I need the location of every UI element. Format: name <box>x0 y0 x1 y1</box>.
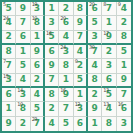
sudoku-cell-r8c2[interactable]: 108 <box>16 102 30 116</box>
cell-digit: 5 <box>63 119 69 128</box>
sudoku-cell-r1c4[interactable]: 1 <box>45 2 59 16</box>
cell-digit: 7 <box>77 32 83 41</box>
cell-digit: 9 <box>20 4 26 13</box>
sudoku-cell-r6c1[interactable]: 153 <box>2 74 16 88</box>
sudoku-cell-r7c3[interactable]: 4 <box>31 88 45 102</box>
sudoku-cell-r9c6[interactable]: 6 <box>74 117 88 131</box>
sudoku-cell-r3c4[interactable]: 165 <box>45 31 59 45</box>
cell-digit: 3 <box>49 18 55 27</box>
cell-digit: 1 <box>106 18 112 27</box>
cell-digit: 2 <box>63 4 69 13</box>
sudoku-cell-r2c9[interactable]: 2 <box>117 16 131 30</box>
sudoku-cell-r5c7[interactable]: 4 <box>88 59 102 73</box>
cage-sum-label: 16 <box>46 31 51 37</box>
sudoku-cell-r4c6[interactable]: 4 <box>74 45 88 59</box>
cell-digit: 2 <box>49 104 55 113</box>
sudoku-cell-r8c9[interactable]: 166 <box>117 102 131 116</box>
sudoku-cell-r3c1[interactable]: 2 <box>2 31 16 45</box>
sudoku-cell-r1c7[interactable]: 206 <box>88 2 102 16</box>
cell-digit: 4 <box>77 47 83 56</box>
cell-digit: 2 <box>121 18 127 27</box>
sudoku-cell-r5c6[interactable]: 92 <box>74 59 88 73</box>
cage-sum-label: 13 <box>103 102 108 108</box>
cell-digit: 6 <box>49 47 55 56</box>
cage-sum-label: 10 <box>17 102 22 108</box>
sudoku-cell-r8c6[interactable]: 123 <box>74 102 88 116</box>
sudoku-cell-r2c6[interactable]: 9 <box>74 16 88 30</box>
cell-digit: 4 <box>20 75 26 84</box>
sudoku-cell-r5c4[interactable]: 9 <box>45 59 59 73</box>
cage-sum-label: 10 <box>32 16 37 22</box>
cell-digit: 7 <box>20 18 26 27</box>
cell-digit: 4 <box>63 32 69 41</box>
cell-digit: 4 <box>121 4 127 13</box>
cage-sum-label: 15 <box>3 74 8 80</box>
sudoku-cell-r1c3[interactable]: 193 <box>31 2 45 16</box>
sudoku-cell-r6c2[interactable]: 4 <box>16 74 30 88</box>
cell-digit: 9 <box>6 119 12 128</box>
sudoku-cell-r9c7[interactable]: 1 <box>88 117 102 131</box>
cell-digit: 9 <box>34 47 40 56</box>
cell-digit: 1 <box>34 32 40 41</box>
cell-digit: 6 <box>20 32 26 41</box>
cage-sum-label: 23 <box>32 117 37 123</box>
cell-digit: 2 <box>77 61 83 70</box>
sudoku-cell-r9c3[interactable]: 237 <box>31 117 45 131</box>
sudoku-cell-r3c9[interactable]: 8 <box>117 31 131 45</box>
sudoku-cell-r5c5[interactable]: 8 <box>59 59 73 73</box>
cell-digit: 5 <box>77 75 83 84</box>
cell-digit: 1 <box>49 4 55 13</box>
cell-digit: 2 <box>92 90 98 99</box>
sudoku-cell-r9c8[interactable]: 8 <box>102 117 116 131</box>
cage-sum-label: 20 <box>60 16 65 22</box>
cell-digit: 5 <box>92 18 98 27</box>
cell-digit: 1 <box>121 61 127 70</box>
cell-digit: 2 <box>34 75 40 84</box>
sudoku-cell-r9c9[interactable]: 3 <box>117 117 131 131</box>
cage-sum-label: 5 <box>3 2 6 8</box>
cell-digit: 1 <box>77 90 83 99</box>
sudoku-cell-r4c5[interactable]: 243 <box>59 45 73 59</box>
cell-digit: 5 <box>20 61 26 70</box>
sudoku-cell-r2c3[interactable]: 108 <box>31 16 45 30</box>
sudoku-cell-r5c2[interactable]: 5 <box>16 59 30 73</box>
cell-digit: 6 <box>77 119 83 128</box>
sudoku-cell-r6c8[interactable]: 6 <box>102 74 116 88</box>
sudoku-cell-r4c7[interactable]: 307 <box>88 45 102 59</box>
cage-sum-label: 9 <box>75 59 78 65</box>
cage-sum-label: 17 <box>103 31 108 37</box>
sudoku-cell-r7c1[interactable]: 6 <box>2 88 16 102</box>
cell-digit: 9 <box>49 61 55 70</box>
sudoku-cell-r4c1[interactable]: 8 <box>2 45 16 59</box>
cage-sum-label: 19 <box>32 2 37 8</box>
cell-digit: 7 <box>121 90 127 99</box>
cell-digit: 6 <box>6 90 12 99</box>
cage-sum-label: 12 <box>75 102 80 108</box>
sudoku-cell-r8c5[interactable]: 7 <box>59 102 73 116</box>
cell-digit: 1 <box>92 119 98 128</box>
cage-sum-label: 13 <box>103 88 108 94</box>
sudoku-board: 5591931282068794244710832069512261165473… <box>0 0 133 133</box>
sudoku-cell-r9c5[interactable]: 5 <box>59 117 73 131</box>
cage-sum-label: 24 <box>60 45 65 51</box>
sudoku-cell-r7c8[interactable]: 135 <box>102 88 116 102</box>
cage-sum-label: 8 <box>103 2 106 8</box>
cell-digit: 6 <box>106 75 112 84</box>
sudoku-cell-r1c5[interactable]: 2 <box>59 2 73 16</box>
sudoku-cell-r2c2[interactable]: 7 <box>16 16 30 30</box>
cell-digit: 1 <box>6 104 12 113</box>
cage-sum-label: 9 <box>118 2 121 8</box>
cage-sum-label: 16 <box>60 88 65 94</box>
cage-sum-label: 20 <box>89 2 94 8</box>
sudoku-cell-r2c7[interactable]: 5 <box>88 16 102 30</box>
sudoku-cell-r4c3[interactable]: 9 <box>31 45 45 59</box>
sudoku-cell-r6c5[interactable]: 1 <box>59 74 73 88</box>
sudoku-cell-r3c8[interactable]: 179 <box>102 31 116 45</box>
sudoku-cell-r1c9[interactable]: 94 <box>117 2 131 16</box>
sudoku-cell-r5c3[interactable]: 6 <box>31 59 45 73</box>
sudoku-cell-r4c8[interactable]: 2 <box>102 45 116 59</box>
sudoku-cell-r7c2[interactable]: 143 <box>16 88 30 102</box>
sudoku-cell-r3c2[interactable]: 6 <box>16 31 30 45</box>
sudoku-cell-r8c4[interactable]: 2 <box>45 102 59 116</box>
cell-digit: 3 <box>106 61 112 70</box>
cage-sum-label: 7 <box>3 59 6 65</box>
sudoku-cell-r5c1[interactable]: 77 <box>2 59 16 73</box>
sudoku-cell-r1c2[interactable]: 9 <box>16 2 30 16</box>
cell-digit: 2 <box>6 32 12 41</box>
sudoku-cell-r6c7[interactable]: 8 <box>88 74 102 88</box>
cell-digit: 5 <box>34 104 40 113</box>
sudoku-cell-r7c6[interactable]: 1 <box>74 88 88 102</box>
cell-digit: 8 <box>92 75 98 84</box>
cell-digit: 9 <box>92 104 98 113</box>
sudoku-cell-r4c4[interactable]: 6 <box>45 45 59 59</box>
cell-digit: 7 <box>6 61 12 70</box>
cell-digit: 8 <box>63 61 69 70</box>
cage-sum-label: 14 <box>17 88 22 94</box>
sudoku-cell-r3c5[interactable]: 4 <box>59 31 73 45</box>
cell-digit: 1 <box>20 47 26 56</box>
cell-digit: 5 <box>121 47 127 56</box>
sudoku-cell-r3c3[interactable]: 1 <box>31 31 45 45</box>
cell-digit: 9 <box>121 75 127 84</box>
cell-digit: 8 <box>77 4 83 13</box>
sudoku-cell-r1c8[interactable]: 87 <box>102 2 116 16</box>
sudoku-cell-r7c7[interactable]: 2 <box>88 88 102 102</box>
sudoku-cell-r2c4[interactable]: 3 <box>45 16 59 30</box>
sudoku-cell-r2c5[interactable]: 206 <box>59 16 73 30</box>
cage-sum-label: 16 <box>118 102 123 108</box>
sudoku-cell-r3c6[interactable]: 7 <box>74 31 88 45</box>
sudoku-cell-r4c9[interactable]: 5 <box>117 45 131 59</box>
cell-digit: 4 <box>49 119 55 128</box>
cell-digit: 4 <box>34 90 40 99</box>
cell-digit: 7 <box>49 75 55 84</box>
sudoku-cell-r8c7[interactable]: 9 <box>88 102 102 116</box>
sudoku-cell-r5c9[interactable]: 1 <box>117 59 131 73</box>
cell-digit: 5 <box>6 4 12 13</box>
cell-digit: 8 <box>6 47 12 56</box>
sudoku-cell-r8c1[interactable]: 1 <box>2 102 16 116</box>
cell-digit: 7 <box>106 4 112 13</box>
cell-digit: 2 <box>106 47 112 56</box>
sudoku-cell-r6c4[interactable]: 7 <box>45 74 59 88</box>
sudoku-cell-r6c3[interactable]: 2 <box>31 74 45 88</box>
sudoku-cell-r7c9[interactable]: 7 <box>117 88 131 102</box>
sudoku-cell-r6c6[interactable]: 5 <box>74 74 88 88</box>
sudoku-cell-r1c1[interactable]: 55 <box>2 2 16 16</box>
sudoku-cell-r9c1[interactable]: 9 <box>2 117 16 131</box>
cell-digit: 8 <box>121 32 127 41</box>
sudoku-cell-r2c8[interactable]: 1 <box>102 16 116 30</box>
sudoku-cell-r7c5[interactable]: 169 <box>59 88 73 102</box>
sudoku-cell-r3c7[interactable]: 3 <box>88 31 102 45</box>
cage-sum-label: 30 <box>89 45 94 51</box>
cell-digit: 3 <box>92 32 98 41</box>
sudoku-cell-r6c9[interactable]: 9 <box>117 74 131 88</box>
cell-digit: 4 <box>92 61 98 70</box>
cell-digit: 8 <box>49 90 55 99</box>
cell-digit: 6 <box>34 61 40 70</box>
sudoku-cell-r8c3[interactable]: 5 <box>31 102 45 116</box>
sudoku-cell-r9c4[interactable]: 4 <box>45 117 59 131</box>
cell-digit: 2 <box>20 119 26 128</box>
sudoku-cell-r4c2[interactable]: 1 <box>16 45 30 59</box>
sudoku-cell-r8c8[interactable]: 134 <box>102 102 116 116</box>
cage-sum-label: 24 <box>3 16 8 22</box>
sudoku-cell-r7c4[interactable]: 8 <box>45 88 59 102</box>
cell-digit: 8 <box>106 119 112 128</box>
sudoku-cell-r2c1[interactable]: 244 <box>2 16 16 30</box>
sudoku-cell-r9c2[interactable]: 2 <box>16 117 30 131</box>
sudoku-cell-r1c6[interactable]: 8 <box>74 2 88 16</box>
cell-digit: 1 <box>63 75 69 84</box>
sudoku-cell-r5c8[interactable]: 3 <box>102 59 116 73</box>
cell-digit: 3 <box>121 119 127 128</box>
cell-digit: 7 <box>63 104 69 113</box>
cell-digit: 9 <box>77 18 83 27</box>
